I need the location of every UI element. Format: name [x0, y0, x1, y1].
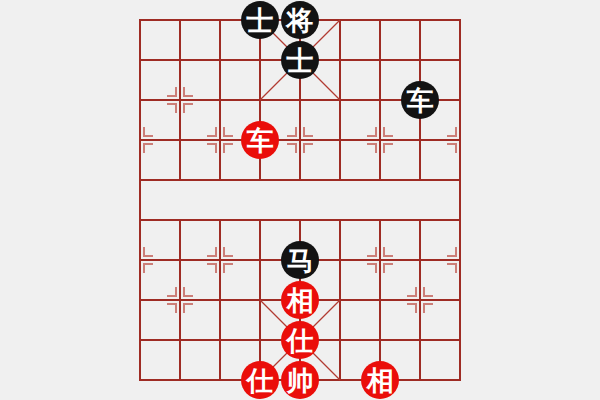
piece-glyph: 士 [247, 7, 274, 34]
piece-red-general[interactable]: 帅 [281, 361, 319, 399]
piece-layer[interactable]: 士将士车车马相仕仕帅相 [120, 0, 480, 400]
piece-black-chariot[interactable]: 车 [401, 81, 439, 119]
piece-glyph: 仕 [247, 367, 274, 394]
piece-black-advisor[interactable]: 士 [281, 41, 319, 79]
piece-red-elephant[interactable]: 相 [281, 281, 319, 319]
piece-black-general[interactable]: 将 [281, 1, 319, 39]
piece-red-advisor[interactable]: 仕 [281, 321, 319, 359]
piece-black-advisor[interactable]: 士 [241, 1, 279, 39]
piece-glyph: 帅 [287, 367, 314, 394]
piece-glyph: 车 [407, 87, 434, 114]
piece-glyph: 将 [287, 7, 314, 34]
piece-glyph: 马 [287, 247, 314, 274]
xiangqi-board[interactable]: 士将士车车马相仕仕帅相 [0, 0, 600, 400]
piece-glyph: 仕 [287, 327, 314, 354]
piece-red-chariot[interactable]: 车 [241, 121, 279, 159]
piece-glyph: 车 [247, 127, 274, 154]
piece-glyph: 士 [287, 47, 314, 74]
piece-red-elephant[interactable]: 相 [361, 361, 399, 399]
piece-black-horse[interactable]: 马 [281, 241, 319, 279]
piece-glyph: 相 [367, 367, 394, 394]
piece-glyph: 相 [287, 287, 314, 314]
piece-red-advisor[interactable]: 仕 [241, 361, 279, 399]
